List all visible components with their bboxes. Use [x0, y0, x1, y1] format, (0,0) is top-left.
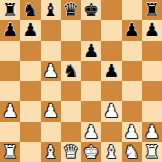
square-c8[interactable]: ♝: [41, 0, 61, 20]
square-h6[interactable]: [142, 41, 162, 61]
black-pawn[interactable]: ♟: [83, 41, 99, 59]
square-b6[interactable]: [20, 41, 40, 61]
square-f8[interactable]: [101, 0, 121, 20]
square-a7[interactable]: ♟: [0, 20, 20, 40]
square-d2[interactable]: [61, 122, 81, 142]
black-knight[interactable]: ♞: [63, 61, 79, 79]
square-c5[interactable]: ♟: [41, 61, 61, 81]
black-rook[interactable]: ♜: [2, 1, 18, 19]
black-pawn[interactable]: ♟: [22, 21, 38, 39]
square-f4[interactable]: [101, 81, 121, 101]
square-c3[interactable]: ♟: [41, 101, 61, 121]
black-pawn[interactable]: ♟: [144, 21, 160, 39]
white-pawn[interactable]: ♟: [43, 61, 59, 79]
square-a2[interactable]: [0, 122, 20, 142]
white-rook[interactable]: ♜: [144, 142, 160, 160]
square-d7[interactable]: [61, 20, 81, 40]
square-b7[interactable]: ♟: [20, 20, 40, 40]
square-f2[interactable]: [101, 122, 121, 142]
chess-board: ♜♞♝♛♚♜♟♟♟♟♟♟♞♟♟♟♟♟♟♟♜♝♛♚♝♞♜: [0, 0, 162, 162]
square-g1[interactable]: ♞: [122, 142, 142, 162]
square-a3[interactable]: ♟: [0, 101, 20, 121]
square-e3[interactable]: [81, 101, 101, 121]
square-h7[interactable]: ♟: [142, 20, 162, 40]
square-g2[interactable]: ♟: [122, 122, 142, 142]
square-d5[interactable]: ♞: [61, 61, 81, 81]
square-a6[interactable]: [0, 41, 20, 61]
square-a4[interactable]: [0, 81, 20, 101]
square-e1[interactable]: ♚: [81, 142, 101, 162]
white-knight[interactable]: ♞: [124, 142, 140, 160]
square-b3[interactable]: [20, 101, 40, 121]
white-queen[interactable]: ♛: [63, 142, 79, 160]
square-a1[interactable]: ♜: [0, 142, 20, 162]
square-h1[interactable]: ♜: [142, 142, 162, 162]
square-d8[interactable]: ♛: [61, 0, 81, 20]
white-king[interactable]: ♚: [83, 142, 99, 160]
square-c2[interactable]: [41, 122, 61, 142]
square-a8[interactable]: ♜: [0, 0, 20, 20]
square-f7[interactable]: [101, 20, 121, 40]
black-king[interactable]: ♚: [83, 1, 99, 19]
black-queen[interactable]: ♛: [63, 1, 79, 19]
black-knight[interactable]: ♞: [22, 1, 38, 19]
square-b1[interactable]: [20, 142, 40, 162]
square-d1[interactable]: ♛: [61, 142, 81, 162]
square-g6[interactable]: [122, 41, 142, 61]
square-g4[interactable]: [122, 81, 142, 101]
square-e5[interactable]: [81, 61, 101, 81]
black-pawn[interactable]: ♟: [124, 21, 140, 39]
square-c7[interactable]: [41, 20, 61, 40]
square-c4[interactable]: [41, 81, 61, 101]
square-e8[interactable]: ♚: [81, 0, 101, 20]
square-g7[interactable]: ♟: [122, 20, 142, 40]
square-a5[interactable]: [0, 61, 20, 81]
square-e6[interactable]: ♟: [81, 41, 101, 61]
square-g8[interactable]: [122, 0, 142, 20]
white-pawn[interactable]: ♟: [103, 102, 119, 120]
square-f6[interactable]: [101, 41, 121, 61]
square-d3[interactable]: [61, 101, 81, 121]
white-bishop[interactable]: ♝: [43, 142, 59, 160]
white-bishop[interactable]: ♝: [103, 142, 119, 160]
square-b8[interactable]: ♞: [20, 0, 40, 20]
square-f1[interactable]: ♝: [101, 142, 121, 162]
square-b2[interactable]: [20, 122, 40, 142]
black-rook[interactable]: ♜: [144, 1, 160, 19]
square-e2[interactable]: ♟: [81, 122, 101, 142]
square-h5[interactable]: [142, 61, 162, 81]
white-rook[interactable]: ♜: [2, 142, 18, 160]
square-d4[interactable]: [61, 81, 81, 101]
white-pawn[interactable]: ♟: [43, 102, 59, 120]
square-h4[interactable]: [142, 81, 162, 101]
square-b4[interactable]: [20, 81, 40, 101]
white-pawn[interactable]: ♟: [144, 122, 160, 140]
square-c1[interactable]: ♝: [41, 142, 61, 162]
square-g3[interactable]: [122, 101, 142, 121]
square-f5[interactable]: ♟: [101, 61, 121, 81]
square-h8[interactable]: ♜: [142, 0, 162, 20]
white-pawn[interactable]: ♟: [2, 102, 18, 120]
square-h2[interactable]: ♟: [142, 122, 162, 142]
square-g5[interactable]: [122, 61, 142, 81]
white-pawn[interactable]: ♟: [83, 122, 99, 140]
square-c6[interactable]: [41, 41, 61, 61]
black-pawn[interactable]: ♟: [103, 61, 119, 79]
square-e7[interactable]: [81, 20, 101, 40]
square-e4[interactable]: [81, 81, 101, 101]
black-bishop[interactable]: ♝: [43, 1, 59, 19]
square-b5[interactable]: [20, 61, 40, 81]
black-pawn[interactable]: ♟: [2, 21, 18, 39]
square-f3[interactable]: ♟: [101, 101, 121, 121]
square-d6[interactable]: [61, 41, 81, 61]
white-pawn[interactable]: ♟: [124, 122, 140, 140]
square-h3[interactable]: [142, 101, 162, 121]
